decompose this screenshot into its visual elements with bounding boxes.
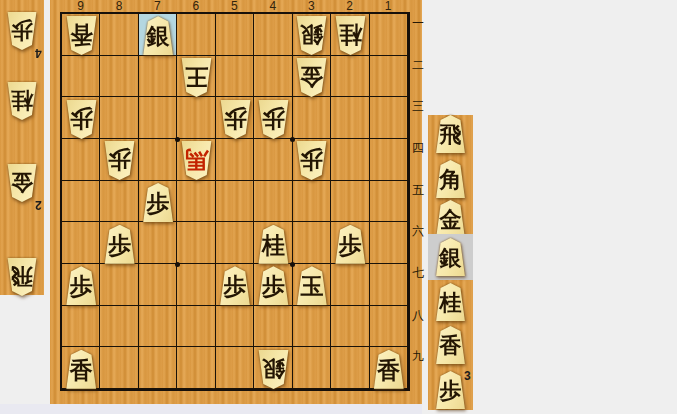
piece-glyph: 香 [377,355,400,386]
piece-glyph: 王 [185,61,208,92]
hoshi-dot [175,262,180,267]
piece-glyph: 金 [440,205,462,235]
rank-label-3: 三 [412,98,426,115]
sente-hand-tray: 飛角金銀桂香歩3 [428,115,473,410]
hand-sente-6[interactable]: 香 [435,326,467,364]
square-6e[interactable] [177,181,215,223]
piece-glyph: 歩 [440,376,462,406]
square-2b[interactable] [331,56,369,98]
piece-1i[interactable]: 香 [372,350,405,389]
piece-glyph: 銀 [440,243,462,273]
piece-4i[interactable]: 銀 [257,350,290,389]
piece-3a[interactable]: 銀 [295,16,328,55]
square-6c[interactable] [177,97,215,139]
square-1e[interactable] [370,181,408,223]
piece-glyph: 歩 [108,230,131,261]
square-8c[interactable] [100,97,138,139]
square-6h[interactable] [177,306,215,348]
piece-glyph: 歩 [108,144,131,175]
hand-count: 4 [35,46,42,60]
square-7d[interactable] [139,139,177,181]
hand-sente-2[interactable]: 角 [435,160,467,198]
piece-glyph: 銀 [300,19,323,50]
square-1g[interactable] [370,264,408,306]
square-2i[interactable] [331,347,369,389]
square-2h[interactable] [331,306,369,348]
piece-glyph: 桂 [262,230,285,261]
piece-4c[interactable]: 歩 [257,100,290,139]
piece-glyph: 歩 [224,271,247,302]
piece-9c[interactable]: 歩 [65,100,98,139]
square-3f[interactable] [293,222,331,264]
rank-label-1: 一 [412,15,426,32]
square-4d[interactable] [254,139,292,181]
piece-glyph: 銀 [262,353,285,384]
hand-sente-1[interactable]: 飛 [435,115,467,153]
piece-4g[interactable]: 歩 [257,266,290,305]
piece-9i[interactable]: 香 [65,350,98,389]
rank-label-4: 四 [412,140,426,157]
board-grid [60,12,410,391]
square-7i[interactable] [139,347,177,389]
piece-7e[interactable]: 歩 [142,183,175,222]
piece-glyph: 金 [300,61,323,92]
square-8i[interactable] [100,347,138,389]
hoshi-dot [175,137,180,142]
piece-5c[interactable]: 歩 [219,100,252,139]
square-4b[interactable] [254,56,292,98]
piece-glyph: 歩 [70,103,93,134]
shogi-app: 歩4桂金2飛 987654321 一二三四五六七八九 香銀銀桂王金歩歩歩歩馬歩歩… [0,0,677,414]
piece-glyph: 金 [11,167,33,197]
square-5b[interactable] [216,56,254,98]
piece-glyph: 歩 [262,271,285,302]
piece-3g[interactable]: 玉 [295,266,328,305]
hand-gote-1[interactable]: 歩 [6,12,38,50]
piece-glyph: 桂 [11,85,33,115]
square-4e[interactable] [254,181,292,223]
square-9f[interactable] [62,222,100,264]
square-4a[interactable] [254,14,292,56]
piece-glyph: 歩 [224,103,247,134]
square-1b[interactable] [370,56,408,98]
piece-glyph: 桂 [339,19,362,50]
hand-sente-7[interactable]: 歩 [435,371,467,409]
piece-2f[interactable]: 歩 [334,225,367,264]
rank-label-7: 七 [412,265,426,282]
piece-3d[interactable]: 歩 [295,141,328,180]
square-5h[interactable] [216,306,254,348]
square-2d[interactable] [331,139,369,181]
square-2g[interactable] [331,264,369,306]
square-8e[interactable] [100,181,138,223]
piece-6d[interactable]: 馬 [180,141,213,180]
square-3e[interactable] [293,181,331,223]
square-9b[interactable] [62,56,100,98]
hand-sente-4[interactable]: 銀 [435,238,467,276]
square-5e[interactable] [216,181,254,223]
piece-4f[interactable]: 桂 [257,225,290,264]
piece-8d[interactable]: 歩 [103,141,136,180]
piece-glyph: 歩 [339,230,362,261]
square-6i[interactable] [177,347,215,389]
square-8h[interactable] [100,306,138,348]
piece-7a[interactable]: 銀 [142,16,175,55]
square-5i[interactable] [216,347,254,389]
hand-gote-4[interactable]: 飛 [6,258,38,296]
square-1h[interactable] [370,306,408,348]
square-7h[interactable] [139,306,177,348]
piece-8f[interactable]: 歩 [103,225,136,264]
square-1d[interactable] [370,139,408,181]
piece-glyph: 香 [70,19,93,50]
piece-glyph: 歩 [11,15,33,45]
piece-glyph: 馬 [185,144,208,175]
hoshi-dot [290,137,295,142]
hand-sente-3[interactable]: 金 [435,200,467,238]
piece-glyph: 飛 [440,120,462,150]
piece-glyph: 香 [70,355,93,386]
piece-glyph: 飛 [11,261,33,291]
piece-6b[interactable]: 王 [180,58,213,97]
piece-glyph: 玉 [300,271,323,302]
piece-glyph: 歩 [300,144,323,175]
square-9h[interactable] [62,306,100,348]
square-5f[interactable] [216,222,254,264]
square-7b[interactable] [139,56,177,98]
square-7c[interactable] [139,97,177,139]
hand-gote-2[interactable]: 桂 [6,82,38,120]
square-3h[interactable] [293,306,331,348]
rank-label-8: 八 [412,307,426,324]
square-6g[interactable] [177,264,215,306]
square-2c[interactable] [331,97,369,139]
piece-3b[interactable]: 金 [295,58,328,97]
square-7f[interactable] [139,222,177,264]
square-1c[interactable] [370,97,408,139]
piece-glyph: 香 [440,331,462,361]
rank-label-2: 二 [412,57,426,74]
piece-glyph: 銀 [147,21,170,52]
square-7g[interactable] [139,264,177,306]
square-5d[interactable] [216,139,254,181]
board-bottom-margin [0,404,422,414]
square-3c[interactable] [293,97,331,139]
rank-label-9: 九 [412,348,426,365]
piece-glyph: 歩 [262,103,285,134]
piece-9a[interactable]: 香 [65,16,98,55]
square-8a[interactable] [100,14,138,56]
square-6f[interactable] [177,222,215,264]
piece-9g[interactable]: 歩 [65,266,98,305]
hand-gote-3[interactable]: 金 [6,164,38,202]
square-4h[interactable] [254,306,292,348]
hand-count: 2 [35,198,42,212]
shogi-board: 987654321 一二三四五六七八九 香銀銀桂王金歩歩歩歩馬歩歩歩桂歩歩歩歩玉… [50,0,422,404]
hoshi-dot [290,262,295,267]
square-1f[interactable] [370,222,408,264]
rank-label-5: 五 [412,182,426,199]
piece-5g[interactable]: 歩 [219,266,252,305]
piece-glyph: 歩 [147,188,170,219]
piece-glyph: 桂 [440,288,462,318]
rank-label-6: 六 [412,223,426,240]
square-9e[interactable] [62,181,100,223]
square-1a[interactable] [370,14,408,56]
piece-glyph: 角 [440,165,462,195]
square-6a[interactable] [177,14,215,56]
square-8b[interactable] [100,56,138,98]
piece-glyph: 歩 [70,271,93,302]
gote-hand-tray: 歩4桂金2飛 [0,0,44,295]
piece-2a[interactable]: 桂 [334,16,367,55]
square-8g[interactable] [100,264,138,306]
square-3i[interactable] [293,347,331,389]
square-5a[interactable] [216,14,254,56]
square-2e[interactable] [331,181,369,223]
hand-count: 3 [464,369,471,383]
square-9d[interactable] [62,139,100,181]
hand-sente-5[interactable]: 桂 [435,283,467,321]
